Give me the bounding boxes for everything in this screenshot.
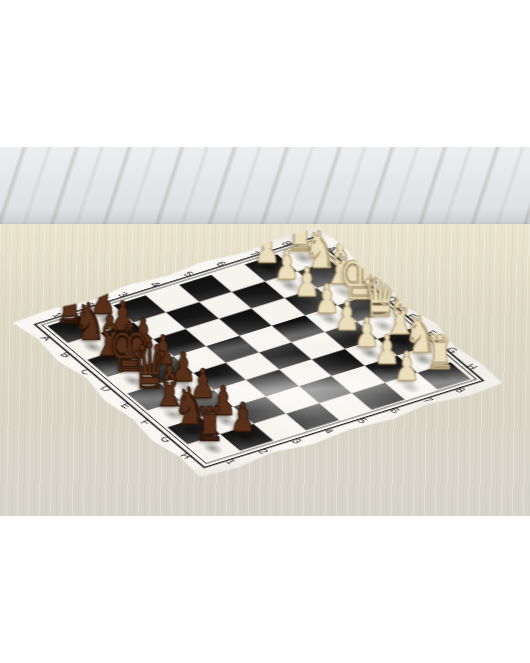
rank-label-se-3: 3: [289, 437, 305, 445]
rank-label-se-1: 1: [223, 458, 239, 466]
rank-label-se-6: 6: [387, 406, 403, 414]
file-label-sw-F: F: [138, 418, 155, 427]
dark-pawn-h2: ♟: [230, 398, 256, 438]
file-label-sw-B: B: [57, 350, 74, 359]
product-photo-scene: ♜♞♝♚♛♝♞♜♟♟♟♟♟♟♟♟♟♟♟♟♟♟♟♟♜♞♝♚♛♝♞♜ AA88BB7…: [0, 0, 530, 663]
file-label-ne-H: H: [463, 362, 481, 371]
rank-label-se-4: 4: [321, 427, 337, 435]
marble-wall: [0, 147, 530, 224]
light-pawn-h7: ♟: [394, 347, 420, 387]
rank-label-se-5: 5: [354, 417, 370, 425]
rank-label-se-8: 8: [453, 386, 469, 394]
rank-label-nw-5: 5: [180, 270, 196, 278]
rank-label-nw-6: 6: [213, 260, 229, 268]
file-label-sw-A: A: [37, 334, 54, 343]
dark-rook-h1: ♜: [195, 402, 225, 449]
rank-label-nw-4: 4: [148, 280, 164, 288]
